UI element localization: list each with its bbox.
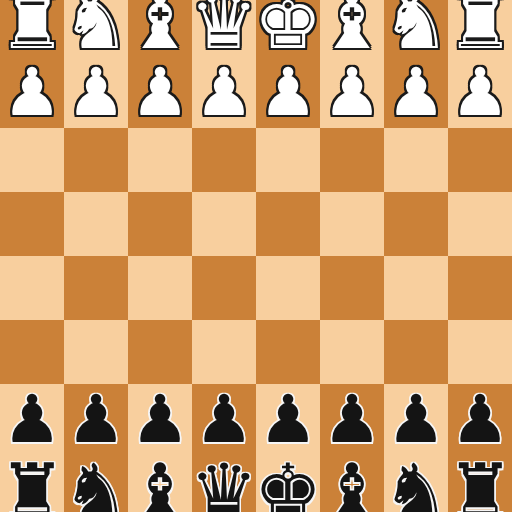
- square-d2[interactable]: ♟: [192, 64, 256, 128]
- square-c6[interactable]: [128, 320, 192, 384]
- square-f8[interactable]: ♝: [320, 448, 384, 512]
- square-e5[interactable]: [256, 256, 320, 320]
- square-c3[interactable]: [128, 128, 192, 192]
- square-h5[interactable]: [448, 256, 512, 320]
- square-d5[interactable]: [192, 256, 256, 320]
- square-c8[interactable]: ♝: [128, 448, 192, 512]
- square-f5[interactable]: [320, 256, 384, 320]
- piece-black-rook[interactable]: ♜: [0, 460, 66, 512]
- piece-white-pawn[interactable]: ♟: [322, 61, 381, 125]
- piece-black-queen[interactable]: ♛: [190, 460, 258, 512]
- piece-white-pawn[interactable]: ♟: [194, 61, 253, 125]
- piece-white-pawn[interactable]: ♟: [66, 61, 125, 125]
- square-e2[interactable]: ♟: [256, 64, 320, 128]
- square-h7[interactable]: ♟: [448, 384, 512, 448]
- piece-white-pawn[interactable]: ♟: [130, 61, 189, 125]
- square-b4[interactable]: [64, 192, 128, 256]
- square-a5[interactable]: [0, 256, 64, 320]
- piece-black-bishop[interactable]: ♝: [318, 460, 386, 512]
- square-b7[interactable]: ♟: [64, 384, 128, 448]
- square-f2[interactable]: ♟: [320, 64, 384, 128]
- square-f7[interactable]: ♟: [320, 384, 384, 448]
- piece-white-knight[interactable]: ♞: [382, 0, 450, 54]
- piece-white-rook[interactable]: ♜: [446, 0, 512, 54]
- square-e6[interactable]: [256, 320, 320, 384]
- square-g6[interactable]: [384, 320, 448, 384]
- piece-white-pawn[interactable]: ♟: [2, 61, 61, 125]
- piece-white-pawn[interactable]: ♟: [450, 61, 509, 125]
- square-h2[interactable]: ♟: [448, 64, 512, 128]
- square-e7[interactable]: ♟: [256, 384, 320, 448]
- piece-white-king[interactable]: ♚: [254, 0, 322, 54]
- piece-black-pawn[interactable]: ♟: [322, 388, 381, 452]
- square-d8[interactable]: ♛: [192, 448, 256, 512]
- square-b2[interactable]: ♟: [64, 64, 128, 128]
- piece-white-bishop[interactable]: ♝: [318, 0, 386, 54]
- square-b5[interactable]: [64, 256, 128, 320]
- piece-black-pawn[interactable]: ♟: [386, 388, 445, 452]
- square-g5[interactable]: [384, 256, 448, 320]
- square-e4[interactable]: [256, 192, 320, 256]
- piece-white-rook[interactable]: ♜: [0, 0, 66, 54]
- square-d7[interactable]: ♟: [192, 384, 256, 448]
- piece-black-pawn[interactable]: ♟: [2, 388, 61, 452]
- piece-black-pawn[interactable]: ♟: [450, 388, 509, 452]
- piece-black-knight[interactable]: ♞: [62, 460, 130, 512]
- square-f6[interactable]: [320, 320, 384, 384]
- square-a2[interactable]: ♟: [0, 64, 64, 128]
- piece-white-knight[interactable]: ♞: [62, 0, 130, 54]
- square-d6[interactable]: [192, 320, 256, 384]
- piece-white-pawn[interactable]: ♟: [258, 61, 317, 125]
- square-d3[interactable]: [192, 128, 256, 192]
- square-d4[interactable]: [192, 192, 256, 256]
- square-a4[interactable]: [0, 192, 64, 256]
- square-a3[interactable]: [0, 128, 64, 192]
- square-b6[interactable]: [64, 320, 128, 384]
- square-g3[interactable]: [384, 128, 448, 192]
- piece-white-queen[interactable]: ♛: [190, 0, 258, 54]
- square-a7[interactable]: ♟: [0, 384, 64, 448]
- square-h8[interactable]: ♜: [448, 448, 512, 512]
- square-c4[interactable]: [128, 192, 192, 256]
- square-g7[interactable]: ♟: [384, 384, 448, 448]
- chess-board-grid: ♜♞♝♛♚♝♞♜♟♟♟♟♟♟♟♟♟♟♟♟♟♟♟♟♜♞♝♛♚♝♞♜: [0, 0, 512, 512]
- piece-black-pawn[interactable]: ♟: [194, 388, 253, 452]
- square-e8[interactable]: ♚: [256, 448, 320, 512]
- square-h3[interactable]: [448, 128, 512, 192]
- piece-black-pawn[interactable]: ♟: [130, 388, 189, 452]
- square-f4[interactable]: [320, 192, 384, 256]
- square-g2[interactable]: ♟: [384, 64, 448, 128]
- piece-white-bishop[interactable]: ♝: [126, 0, 194, 54]
- piece-white-pawn[interactable]: ♟: [386, 61, 445, 125]
- piece-black-pawn[interactable]: ♟: [258, 388, 317, 452]
- chess-board: ♜♞♝♛♚♝♞♜♟♟♟♟♟♟♟♟♟♟♟♟♟♟♟♟♜♞♝♛♚♝♞♜: [0, 0, 512, 512]
- square-g8[interactable]: ♞: [384, 448, 448, 512]
- square-b3[interactable]: [64, 128, 128, 192]
- square-e3[interactable]: [256, 128, 320, 192]
- square-c7[interactable]: ♟: [128, 384, 192, 448]
- square-b8[interactable]: ♞: [64, 448, 128, 512]
- square-c2[interactable]: ♟: [128, 64, 192, 128]
- square-a6[interactable]: [0, 320, 64, 384]
- square-h4[interactable]: [448, 192, 512, 256]
- piece-black-pawn[interactable]: ♟: [66, 388, 125, 452]
- piece-black-knight[interactable]: ♞: [382, 460, 450, 512]
- square-g4[interactable]: [384, 192, 448, 256]
- piece-black-king[interactable]: ♚: [254, 460, 322, 512]
- square-c5[interactable]: [128, 256, 192, 320]
- square-a8[interactable]: ♜: [0, 448, 64, 512]
- piece-black-bishop[interactable]: ♝: [126, 460, 194, 512]
- square-f3[interactable]: [320, 128, 384, 192]
- square-h6[interactable]: [448, 320, 512, 384]
- piece-black-rook[interactable]: ♜: [446, 460, 512, 512]
